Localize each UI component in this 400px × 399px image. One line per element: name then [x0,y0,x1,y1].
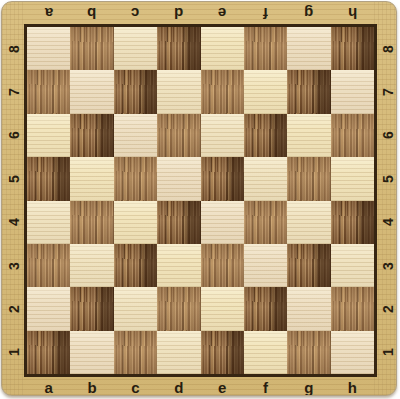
file-label-bottom-cell: a [27,378,70,396]
board-square [114,201,157,244]
file-label-bottom-c: c [131,380,139,395]
board-square [331,244,374,287]
board-square [244,114,287,157]
file-label-top-b: b [87,6,96,21]
file-label-top-e: e [218,6,226,21]
file-label-bottom-g: g [304,380,313,395]
file-label-top-cell: h [331,4,374,23]
board-square [244,244,287,287]
board-square [331,157,374,200]
file-label-bottom-cell: b [70,378,113,396]
board-square [287,244,330,287]
board-square [157,27,200,70]
board-square [114,114,157,157]
board-square [70,157,113,200]
board-square [157,287,200,330]
board-square [201,70,244,113]
board-square [287,157,330,200]
board-square [331,331,374,374]
board-square [114,157,157,200]
file-label-top-cell: e [201,4,244,23]
board-square [287,114,330,157]
file-label-bottom-cell: e [201,378,244,396]
board-square [70,331,113,374]
file-label-top-cell: f [244,4,287,23]
board-square [244,157,287,200]
board-square [331,201,374,244]
file-label-bottom-cell: h [331,378,374,396]
board-square [244,27,287,70]
board-inner-frame [24,24,377,377]
board-square [201,201,244,244]
chess-board: abcdefgh abcdefgh 87654321 87654321 [1,1,397,396]
file-label-top-h: h [348,6,357,21]
board-square [287,201,330,244]
board-square [201,287,244,330]
board-square [331,287,374,330]
board-square [201,114,244,157]
board-square [70,201,113,244]
board-square [114,27,157,70]
board-square [114,331,157,374]
board-square [287,27,330,70]
file-label-bottom-cell: g [287,378,330,396]
right-border-wood-grain [374,2,396,395]
board-square [244,331,287,374]
file-label-top-cell: c [114,4,157,23]
file-label-bottom-cell: c [114,378,157,396]
board-square [114,70,157,113]
board-square [244,201,287,244]
board-square [157,244,200,287]
board-square [331,114,374,157]
file-label-bottom-cell: d [157,378,200,396]
file-labels-top: abcdefgh [27,4,374,23]
board-square [157,70,200,113]
board-square [201,331,244,374]
file-label-bottom-b: b [87,380,96,395]
board-square [70,244,113,287]
board-square [157,157,200,200]
left-border-wood-grain [2,2,24,395]
board-square [287,331,330,374]
board-square [27,244,70,287]
file-label-top-a: a [45,6,53,21]
file-label-top-cell: a [27,4,70,23]
board-grid [27,27,374,374]
board-square [27,157,70,200]
file-label-top-d: d [174,6,183,21]
chessboard-photo: abcdefgh abcdefgh 87654321 87654321 [0,0,400,399]
board-square [201,244,244,287]
board-square [287,70,330,113]
board-square [157,201,200,244]
board-square [27,27,70,70]
board-square [331,70,374,113]
file-label-top-cell: g [287,4,330,23]
board-square [70,287,113,330]
file-label-bottom-h: h [348,380,357,395]
board-square [70,70,113,113]
file-labels-bottom: abcdefgh [27,378,374,396]
board-square [114,244,157,287]
board-square [27,287,70,330]
board-square [157,331,200,374]
file-label-bottom-cell: f [244,378,287,396]
file-label-top-c: c [131,6,139,21]
board-square [27,201,70,244]
file-label-bottom-f: f [263,380,268,395]
board-square [114,287,157,330]
file-label-top-cell: d [157,4,200,23]
file-label-top-f: f [263,6,268,21]
board-square [27,331,70,374]
board-square [70,27,113,70]
board-square [201,27,244,70]
file-label-top-g: g [304,6,313,21]
board-square [244,70,287,113]
board-square [244,287,287,330]
board-square [331,27,374,70]
board-square [157,114,200,157]
board-square [287,287,330,330]
board-square [70,114,113,157]
file-label-bottom-e: e [218,380,226,395]
file-label-top-cell: b [70,4,113,23]
board-square [27,70,70,113]
board-square [27,114,70,157]
file-label-bottom-d: d [174,380,183,395]
board-square [201,157,244,200]
file-label-bottom-a: a [45,380,53,395]
